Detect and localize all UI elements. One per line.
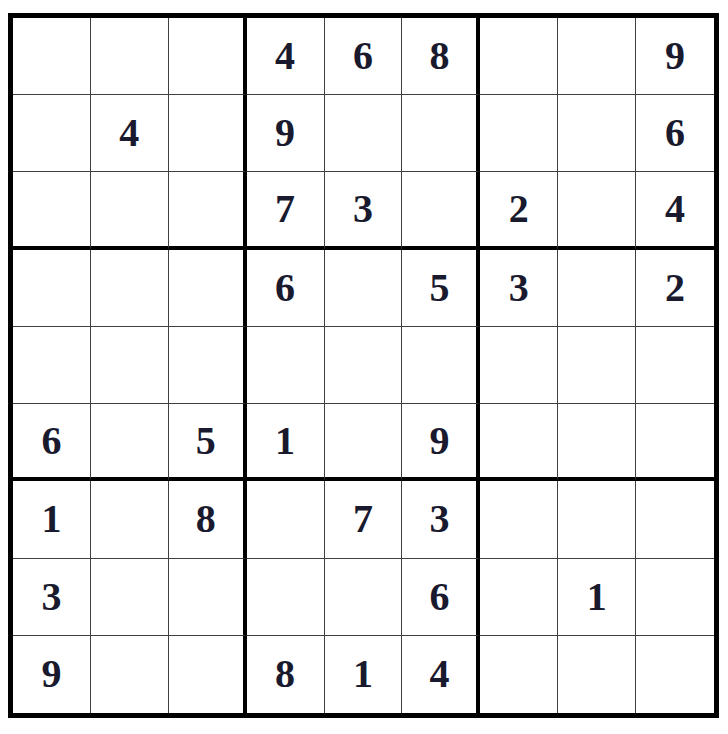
cell-r5c4[interactable] xyxy=(247,327,325,404)
cell-r6c3: 5 xyxy=(169,404,247,481)
cell-r1c8[interactable] xyxy=(558,18,636,95)
cell-r1c2[interactable] xyxy=(91,18,169,95)
cell-r1c1[interactable] xyxy=(13,18,91,95)
cell-r4c2[interactable] xyxy=(91,250,169,327)
cell-r2c5[interactable] xyxy=(325,95,403,172)
cell-r2c7[interactable] xyxy=(480,95,558,172)
cell-r9c4: 8 xyxy=(247,636,325,713)
cell-r5c3[interactable] xyxy=(169,327,247,404)
cell-r7c7[interactable] xyxy=(480,481,558,558)
cell-r6c9[interactable] xyxy=(636,404,714,481)
cell-r8c8: 1 xyxy=(558,559,636,636)
cell-r7c5: 7 xyxy=(325,481,403,558)
cell-r5c9[interactable] xyxy=(636,327,714,404)
cell-r2c9: 6 xyxy=(636,95,714,172)
cell-r7c4[interactable] xyxy=(247,481,325,558)
cell-r2c3[interactable] xyxy=(169,95,247,172)
cell-r2c4: 9 xyxy=(247,95,325,172)
cell-r8c4[interactable] xyxy=(247,559,325,636)
cell-r6c7[interactable] xyxy=(480,404,558,481)
cell-r4c5[interactable] xyxy=(325,250,403,327)
cell-r3c9: 4 xyxy=(636,172,714,249)
cell-r7c6: 3 xyxy=(402,481,480,558)
cell-r1c6: 8 xyxy=(402,18,480,95)
cell-r7c8[interactable] xyxy=(558,481,636,558)
cell-r8c5[interactable] xyxy=(325,559,403,636)
cell-r5c5[interactable] xyxy=(325,327,403,404)
sudoku-page: 468949673246532651918733619814 xyxy=(0,0,728,734)
cell-r5c6[interactable] xyxy=(402,327,480,404)
cell-r3c2[interactable] xyxy=(91,172,169,249)
cell-r2c8[interactable] xyxy=(558,95,636,172)
cell-r9c8[interactable] xyxy=(558,636,636,713)
cell-r4c9: 2 xyxy=(636,250,714,327)
cell-r4c1[interactable] xyxy=(13,250,91,327)
cell-r4c3[interactable] xyxy=(169,250,247,327)
cell-r4c4: 6 xyxy=(247,250,325,327)
cell-r7c2[interactable] xyxy=(91,481,169,558)
cell-r9c3[interactable] xyxy=(169,636,247,713)
cell-r7c3: 8 xyxy=(169,481,247,558)
cell-r3c1[interactable] xyxy=(13,172,91,249)
cell-r7c1: 1 xyxy=(13,481,91,558)
cell-r9c7[interactable] xyxy=(480,636,558,713)
cell-r3c3[interactable] xyxy=(169,172,247,249)
cell-r6c2[interactable] xyxy=(91,404,169,481)
cell-r2c1[interactable] xyxy=(13,95,91,172)
cell-r8c7[interactable] xyxy=(480,559,558,636)
cell-r6c8[interactable] xyxy=(558,404,636,481)
cell-r6c6: 9 xyxy=(402,404,480,481)
cell-r4c6: 5 xyxy=(402,250,480,327)
cell-r9c6: 4 xyxy=(402,636,480,713)
cell-r7c9[interactable] xyxy=(636,481,714,558)
cell-r8c1: 3 xyxy=(13,559,91,636)
cell-r9c9[interactable] xyxy=(636,636,714,713)
cell-r6c4: 1 xyxy=(247,404,325,481)
cell-r9c1: 9 xyxy=(13,636,91,713)
cell-r8c2[interactable] xyxy=(91,559,169,636)
cell-r5c7[interactable] xyxy=(480,327,558,404)
cell-r2c6[interactable] xyxy=(402,95,480,172)
cell-r4c8[interactable] xyxy=(558,250,636,327)
cell-r5c1[interactable] xyxy=(13,327,91,404)
cell-r6c1: 6 xyxy=(13,404,91,481)
cell-r1c4: 4 xyxy=(247,18,325,95)
cell-r9c2[interactable] xyxy=(91,636,169,713)
sudoku-board: 468949673246532651918733619814 xyxy=(8,13,719,718)
cell-r2c2: 4 xyxy=(91,95,169,172)
cell-r8c6: 6 xyxy=(402,559,480,636)
cell-r5c2[interactable] xyxy=(91,327,169,404)
cell-r1c5: 6 xyxy=(325,18,403,95)
cell-r3c4: 7 xyxy=(247,172,325,249)
cell-r8c3[interactable] xyxy=(169,559,247,636)
cell-r1c7[interactable] xyxy=(480,18,558,95)
cell-r3c5: 3 xyxy=(325,172,403,249)
cell-r5c8[interactable] xyxy=(558,327,636,404)
cell-r3c7: 2 xyxy=(480,172,558,249)
cell-r4c7: 3 xyxy=(480,250,558,327)
cell-r3c6[interactable] xyxy=(402,172,480,249)
cell-r8c9[interactable] xyxy=(636,559,714,636)
cell-r6c5[interactable] xyxy=(325,404,403,481)
cell-r3c8[interactable] xyxy=(558,172,636,249)
cell-r1c3[interactable] xyxy=(169,18,247,95)
cell-r1c9: 9 xyxy=(636,18,714,95)
cell-r9c5: 1 xyxy=(325,636,403,713)
